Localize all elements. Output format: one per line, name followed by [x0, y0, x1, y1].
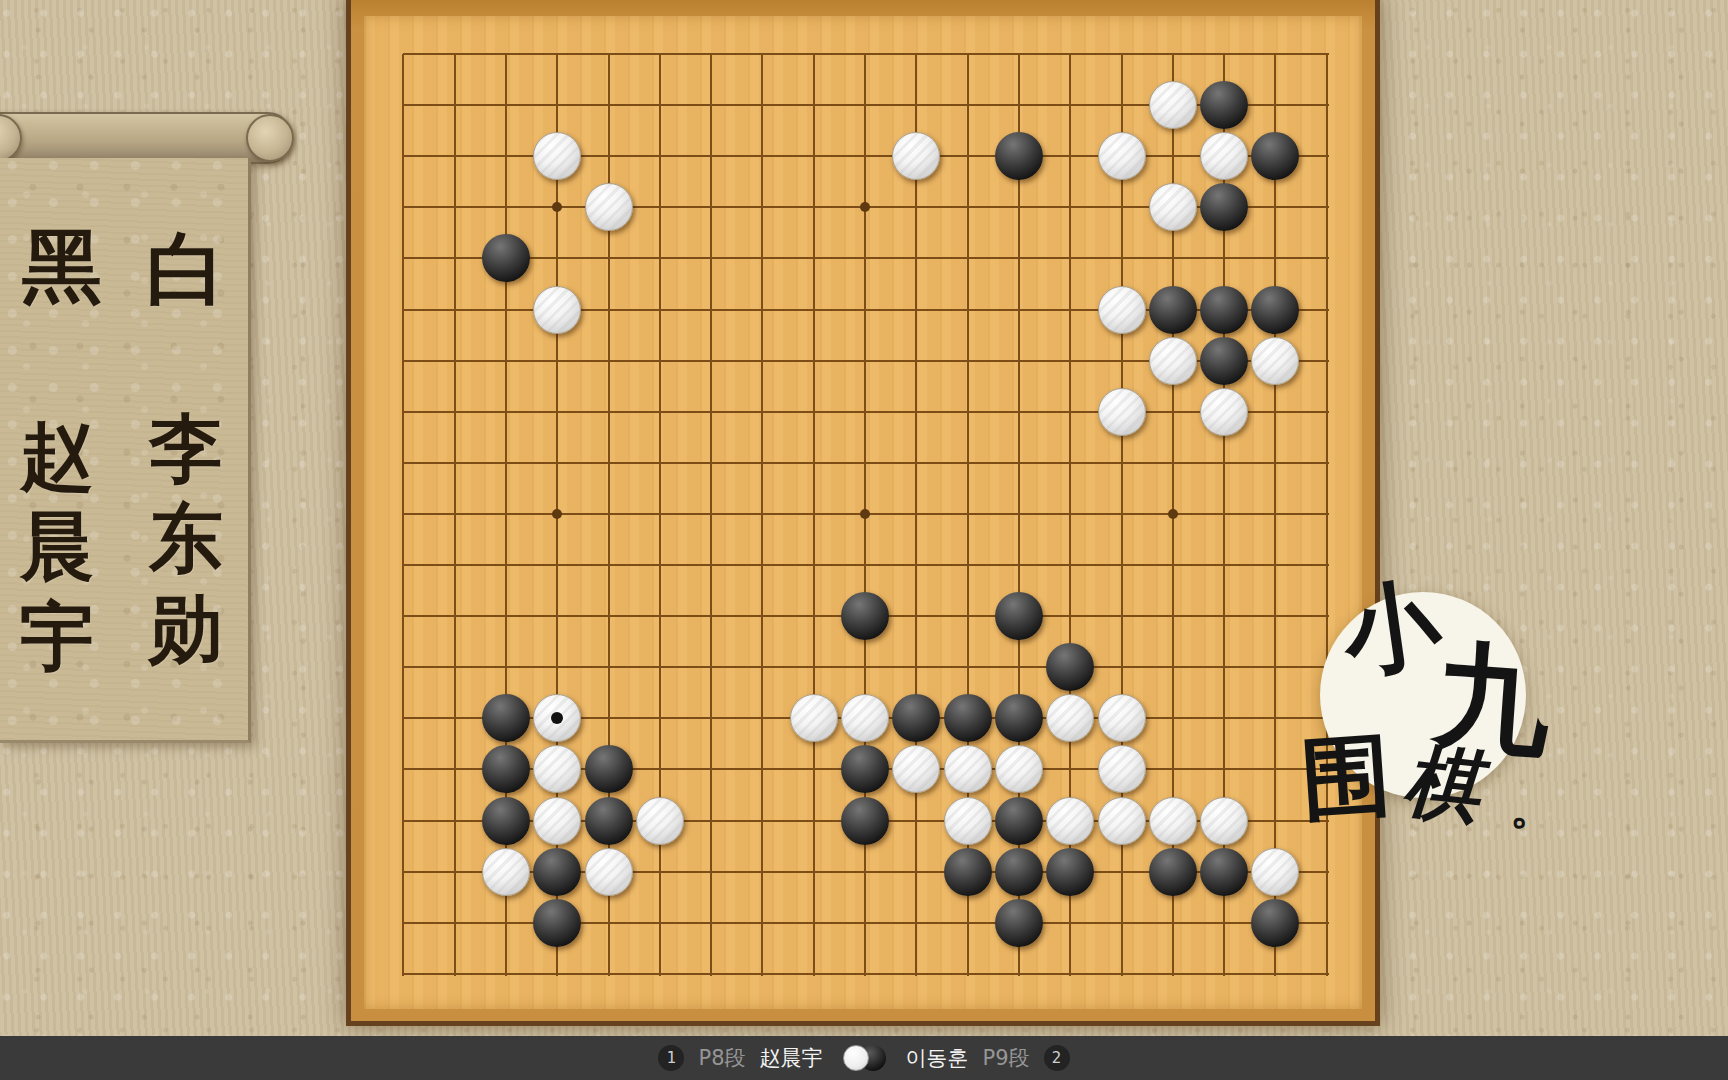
- stone-black: [1200, 848, 1248, 896]
- star-point: [552, 202, 562, 212]
- black-header-label: 黑: [22, 214, 102, 322]
- stone-white: [1098, 286, 1146, 334]
- black-capture-badge: 1: [658, 1045, 684, 1071]
- black-rank-label: P8段: [698, 1044, 745, 1072]
- grid-vline: [1274, 54, 1276, 976]
- stone-white: [1251, 848, 1299, 896]
- stone-white: [1251, 337, 1299, 385]
- logo-char-period: 。: [1510, 779, 1554, 838]
- stone-white: [790, 694, 838, 742]
- white-player-name: 이동훈: [906, 1044, 969, 1072]
- grid-vline: [402, 54, 404, 976]
- stone-black: [585, 797, 633, 845]
- stone-white: [892, 132, 940, 180]
- scroll-roller-end-cap: [246, 114, 294, 162]
- stone-black: [1251, 132, 1299, 180]
- black-player-char-3: 宇: [20, 588, 94, 688]
- white-stone-icon: [843, 1045, 869, 1071]
- stone-white: [1046, 797, 1094, 845]
- stone-white: [1200, 388, 1248, 436]
- stone-black: [995, 797, 1043, 845]
- stone-black: [841, 745, 889, 793]
- stone-white: [892, 745, 940, 793]
- stone-black: [482, 745, 530, 793]
- white-rank-label: P9段: [983, 1044, 1030, 1072]
- stone-white: [1098, 132, 1146, 180]
- stone-white: [533, 694, 581, 742]
- black-player-char-1: 赵: [20, 408, 94, 508]
- stone-white: [841, 694, 889, 742]
- stone-black: [995, 592, 1043, 640]
- star-point: [552, 509, 562, 519]
- stone-white: [1098, 388, 1146, 436]
- stone-white: [944, 797, 992, 845]
- black-player-char-2: 晨: [20, 498, 94, 598]
- stone-black: [533, 899, 581, 947]
- stone-black: [482, 234, 530, 282]
- bottom-status-bar: 1 P8段 赵晨宇 이동훈 P9段 2: [0, 1036, 1728, 1080]
- stone-white: [1098, 694, 1146, 742]
- stone-white: [1149, 81, 1197, 129]
- last-move-marker: [551, 712, 563, 724]
- stone-white: [533, 286, 581, 334]
- stone-black: [995, 899, 1043, 947]
- stone-white: [1046, 694, 1094, 742]
- stone-black: [482, 797, 530, 845]
- stone-white: [533, 745, 581, 793]
- stone-black: [533, 848, 581, 896]
- stone-black: [1251, 899, 1299, 947]
- stone-black: [482, 694, 530, 742]
- stone-black: [1200, 183, 1248, 231]
- grid-vline: [710, 54, 712, 976]
- stone-black: [1149, 286, 1197, 334]
- stone-black: [1046, 848, 1094, 896]
- stone-black: [1046, 643, 1094, 691]
- stone-white: [1200, 132, 1248, 180]
- stone-white: [1149, 183, 1197, 231]
- grid-vline: [915, 54, 917, 976]
- grid-vline: [454, 54, 456, 976]
- white-header-label: 白: [146, 217, 226, 325]
- stone-white: [482, 848, 530, 896]
- stone-black: [585, 745, 633, 793]
- stone-black: [1200, 286, 1248, 334]
- stone-black: [1149, 848, 1197, 896]
- stone-white: [1098, 797, 1146, 845]
- stone-white: [585, 183, 633, 231]
- star-point: [1168, 509, 1178, 519]
- stone-black: [995, 694, 1043, 742]
- stone-white: [636, 797, 684, 845]
- stone-white: [533, 797, 581, 845]
- white-player-char-3: 勋: [149, 580, 223, 680]
- grid-vline: [761, 54, 763, 976]
- turn-indicator-icon: [843, 1045, 886, 1071]
- stone-white: [944, 745, 992, 793]
- stone-black: [944, 694, 992, 742]
- white-player-char-1: 李: [149, 400, 223, 500]
- black-player-name: 赵晨宇: [760, 1044, 823, 1072]
- stone-white: [1098, 745, 1146, 793]
- logo-char-wei: 围: [1297, 714, 1395, 842]
- star-point: [860, 509, 870, 519]
- stone-white: [533, 132, 581, 180]
- stone-black: [995, 132, 1043, 180]
- white-capture-badge: 2: [1044, 1045, 1070, 1071]
- stone-black: [1200, 337, 1248, 385]
- stone-white: [585, 848, 633, 896]
- stone-black: [841, 592, 889, 640]
- stone-black: [1200, 81, 1248, 129]
- stone-black: [892, 694, 940, 742]
- stone-black: [1251, 286, 1299, 334]
- stone-white: [995, 745, 1043, 793]
- stone-white: [1149, 337, 1197, 385]
- stone-black: [841, 797, 889, 845]
- white-player-char-2: 东: [149, 490, 223, 590]
- stone-white: [1149, 797, 1197, 845]
- logo-char-xiao: 小: [1335, 559, 1448, 701]
- stone-white: [1200, 797, 1248, 845]
- grid-vline: [813, 54, 815, 976]
- stone-black: [995, 848, 1043, 896]
- star-point: [860, 202, 870, 212]
- stone-black: [944, 848, 992, 896]
